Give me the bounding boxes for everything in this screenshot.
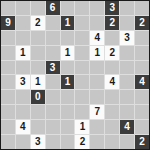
cell-r4c4[interactable] [61, 61, 75, 75]
cell-r4c1[interactable] [16, 61, 30, 75]
cell-r6c2[interactable]: 0 [31, 90, 45, 104]
cell-r5c2[interactable]: 1 [31, 75, 45, 89]
cell-r2c1[interactable] [16, 31, 30, 45]
cell-r2c0[interactable] [1, 31, 15, 45]
cell-r8c7[interactable] [105, 120, 119, 134]
cell-r0c0[interactable] [1, 1, 15, 15]
cell-r2c5[interactable] [75, 31, 89, 45]
cell-r5c9[interactable]: 4 [135, 75, 149, 89]
cell-r3c0[interactable] [1, 46, 15, 60]
cell-r9c1[interactable] [16, 135, 30, 149]
cell-r7c5[interactable] [75, 105, 89, 119]
cell-r4c3[interactable]: 3 [46, 61, 60, 75]
cell-r7c0[interactable] [1, 105, 15, 119]
cell-r8c8[interactable]: 4 [120, 120, 134, 134]
cell-r2c3[interactable] [46, 31, 60, 45]
cell-r6c3[interactable] [46, 90, 60, 104]
cell-r2c9[interactable] [135, 31, 149, 45]
cell-r7c3[interactable] [46, 105, 60, 119]
cell-r8c9[interactable] [135, 120, 149, 134]
cell-r7c1[interactable] [16, 105, 30, 119]
cell-r5c0[interactable] [1, 75, 15, 89]
cell-r9c2[interactable]: 3 [31, 135, 45, 149]
cell-r4c0[interactable] [1, 61, 15, 75]
cell-r4c2[interactable] [31, 61, 45, 75]
cell-r0c1[interactable] [16, 1, 30, 15]
cell-r6c1[interactable] [16, 90, 30, 104]
cell-r4c9[interactable] [135, 61, 149, 75]
cell-r1c3[interactable] [46, 16, 60, 30]
cell-r0c2[interactable] [31, 1, 45, 15]
cell-r6c4[interactable] [61, 90, 75, 104]
cell-r3c7[interactable]: 2 [105, 46, 119, 60]
cell-r1c4[interactable]: 1 [61, 16, 75, 30]
cell-r1c7[interactable]: 2 [105, 16, 119, 30]
cell-r7c2[interactable] [31, 105, 45, 119]
cell-r2c6[interactable]: 4 [90, 31, 104, 45]
cell-r3c4[interactable]: 1 [61, 46, 75, 60]
cell-r0c7[interactable]: 3 [105, 1, 119, 15]
cell-r1c2[interactable]: 2 [31, 16, 45, 30]
cell-r1c6[interactable] [90, 16, 104, 30]
cell-r4c7[interactable] [105, 61, 119, 75]
cell-r9c9[interactable]: 2 [135, 135, 149, 149]
cell-r5c8[interactable] [120, 75, 134, 89]
cell-r4c6[interactable] [90, 61, 104, 75]
cell-r2c8[interactable]: 3 [120, 31, 134, 45]
cell-r9c8[interactable] [120, 135, 134, 149]
cell-r6c6[interactable] [90, 90, 104, 104]
cell-r5c4[interactable]: 1 [61, 75, 75, 89]
cell-r3c1[interactable]: 1 [16, 46, 30, 60]
cell-r8c1[interactable]: 4 [16, 120, 30, 134]
cell-r9c3[interactable] [46, 135, 60, 149]
cell-r8c5[interactable]: 1 [75, 120, 89, 134]
cell-r6c7[interactable] [105, 90, 119, 104]
cell-r3c8[interactable] [120, 46, 134, 60]
cell-r3c5[interactable] [75, 46, 89, 60]
cell-r5c3[interactable] [46, 75, 60, 89]
cell-r9c6[interactable] [90, 135, 104, 149]
cell-r3c6[interactable]: 1 [90, 46, 104, 60]
cell-r7c7[interactable] [105, 105, 119, 119]
cell-r3c2[interactable] [31, 46, 45, 60]
cell-r9c7[interactable] [105, 135, 119, 149]
cell-r6c9[interactable] [135, 90, 149, 104]
cell-r2c2[interactable] [31, 31, 45, 45]
cell-r0c3[interactable]: 6 [46, 1, 60, 15]
cell-r1c8[interactable] [120, 16, 134, 30]
cell-r6c5[interactable] [75, 90, 89, 104]
cell-r5c5[interactable] [75, 75, 89, 89]
cell-r7c8[interactable] [120, 105, 134, 119]
cell-r7c6[interactable]: 7 [90, 105, 104, 119]
cell-r4c5[interactable] [75, 61, 89, 75]
cell-r2c7[interactable] [105, 31, 119, 45]
puzzle-board: 639212243111233114407414322 [0, 0, 150, 150]
cell-r6c8[interactable] [120, 90, 134, 104]
cell-r8c6[interactable] [90, 120, 104, 134]
cell-r8c0[interactable] [1, 120, 15, 134]
cell-r9c0[interactable] [1, 135, 15, 149]
cell-r7c4[interactable] [61, 105, 75, 119]
cell-r5c1[interactable]: 3 [16, 75, 30, 89]
cell-r1c5[interactable] [75, 16, 89, 30]
cell-r1c1[interactable] [16, 16, 30, 30]
cell-r3c9[interactable] [135, 46, 149, 60]
cell-r0c4[interactable] [61, 1, 75, 15]
cell-r1c0[interactable]: 9 [1, 16, 15, 30]
cell-r8c3[interactable] [46, 120, 60, 134]
cell-r3c3[interactable] [46, 46, 60, 60]
cell-r0c9[interactable] [135, 1, 149, 15]
cell-r1c9[interactable]: 2 [135, 16, 149, 30]
cell-r8c2[interactable] [31, 120, 45, 134]
cell-r6c0[interactable] [1, 90, 15, 104]
cell-r9c5[interactable]: 2 [75, 135, 89, 149]
cell-r2c4[interactable] [61, 31, 75, 45]
cell-r7c9[interactable] [135, 105, 149, 119]
cell-r8c4[interactable] [61, 120, 75, 134]
cell-r0c5[interactable] [75, 1, 89, 15]
cell-r9c4[interactable] [61, 135, 75, 149]
cell-r0c8[interactable] [120, 1, 134, 15]
cell-r5c6[interactable] [90, 75, 104, 89]
cell-r4c8[interactable] [120, 61, 134, 75]
cell-r0c6[interactable] [90, 1, 104, 15]
cell-r5c7[interactable]: 4 [105, 75, 119, 89]
